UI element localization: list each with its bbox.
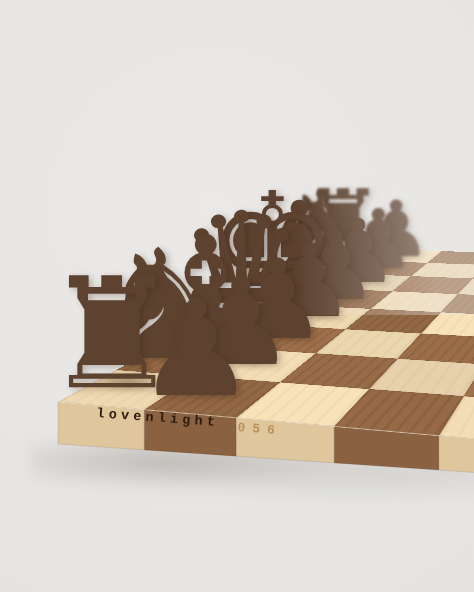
board-cast-shadow <box>30 438 474 522</box>
serial-stamp-text: 056 <box>237 420 282 438</box>
product-photo-scene: ♜♞♝♛♚♝♞♜♟♟♟♟♟♟♟♟ lovenlight 056 <box>0 0 474 592</box>
piece-pawn[interactable]: ♟ <box>137 282 256 415</box>
